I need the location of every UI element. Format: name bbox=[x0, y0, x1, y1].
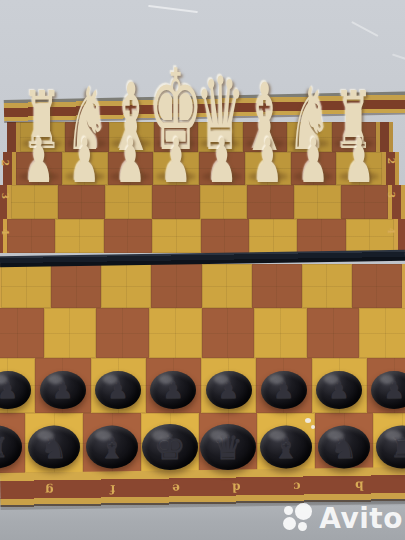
black-pawn-d7: ♟ bbox=[206, 371, 252, 409]
white-pawn-e2: ♟ bbox=[161, 157, 191, 191]
black-knight-g8: ♞ bbox=[28, 426, 80, 469]
white-pawn-d2: ♟ bbox=[207, 157, 237, 191]
black-pawn-e7: ♟ bbox=[150, 371, 196, 409]
white-pawn-f2: ♟ bbox=[115, 157, 145, 191]
watermark-text: Avito bbox=[319, 502, 403, 535]
chipped-paint-speck bbox=[311, 425, 315, 429]
black-pawn-f7: ♟ bbox=[95, 371, 141, 409]
white-pawn-g2: ♟ bbox=[69, 157, 99, 191]
black-queen-d8: ♛ bbox=[200, 424, 256, 470]
photo-stage: gfedcb 223344 ♜♞♝♚♛♝♞♜♟♟♟♟♟♟♟♟♟♟♟♟♟♟♟♟♜♞… bbox=[0, 0, 405, 540]
chipped-paint-speck bbox=[305, 418, 311, 423]
black-pawn-c7: ♟ bbox=[261, 371, 307, 409]
black-rook-a8: ♜ bbox=[376, 426, 405, 469]
white-pawn-h2: ♟ bbox=[24, 157, 54, 191]
black-king-e8: ♚ bbox=[142, 424, 198, 470]
black-pawn-h7: ♟ bbox=[0, 371, 31, 409]
white-pawn-b2: ♟ bbox=[298, 157, 328, 191]
black-knight-b8: ♞ bbox=[318, 426, 370, 469]
avito-logo-icon bbox=[283, 503, 315, 535]
black-rook-h8: ♜ bbox=[0, 426, 22, 469]
black-pawn-b7: ♟ bbox=[316, 371, 362, 409]
black-pawn-g7: ♟ bbox=[40, 371, 86, 409]
black-pawn-a7: ♟ bbox=[371, 371, 405, 409]
black-bishop-f8: ♝ bbox=[86, 426, 138, 469]
white-pawn-c2: ♟ bbox=[252, 157, 282, 191]
avito-watermark: Avito bbox=[283, 502, 403, 535]
white-pawn-a2: ♟ bbox=[344, 157, 374, 191]
black-bishop-c8: ♝ bbox=[260, 426, 312, 469]
pieces-layer: ♜♞♝♚♛♝♞♜♟♟♟♟♟♟♟♟♟♟♟♟♟♟♟♟♜♞♝♚♛♝♞♜ bbox=[0, 0, 405, 540]
